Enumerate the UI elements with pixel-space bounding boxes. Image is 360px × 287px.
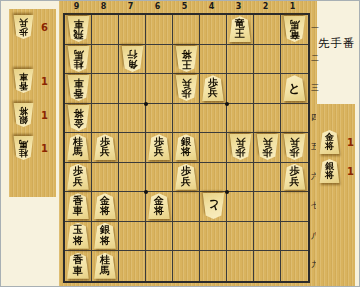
file-label: 1 xyxy=(279,1,306,12)
square-3六[interactable] xyxy=(227,163,254,193)
square-6四[interactable] xyxy=(146,104,173,134)
square-2六[interactable] xyxy=(254,163,281,193)
hand-sente-1[interactable]: 金将1 xyxy=(319,128,355,156)
square-4二[interactable] xyxy=(200,45,227,75)
square-4五[interactable] xyxy=(200,133,227,163)
square-8七[interactable]: 金将 xyxy=(92,192,119,222)
square-8四[interactable] xyxy=(92,104,119,134)
shogi-piece-sente[interactable]: 金将 xyxy=(319,130,340,154)
square-3五[interactable]: 歩兵 xyxy=(227,133,254,163)
captured-count: 1 xyxy=(41,110,48,121)
board-grid[interactable]: 飛車竜王竜馬桂馬角行王将香車歩兵歩兵と金将桂馬歩兵歩兵銀将歩兵歩兵歩兵歩兵歩兵歩… xyxy=(63,13,310,283)
square-4七[interactable]: と xyxy=(200,192,227,222)
shogi-piece-sente[interactable]: 竜王 xyxy=(229,16,252,42)
square-3二[interactable] xyxy=(227,45,254,75)
shogi-piece-sente[interactable]: 歩兵 xyxy=(283,164,306,190)
shogi-piece-gote[interactable]: 桂馬 xyxy=(67,46,90,72)
shogi-piece-sente[interactable]: と xyxy=(283,75,306,101)
square-8八[interactable]: 銀将 xyxy=(92,222,119,252)
square-8五[interactable]: 歩兵 xyxy=(92,133,119,163)
square-7八[interactable] xyxy=(119,222,146,252)
captured-count: 1 xyxy=(347,137,354,148)
square-3一[interactable]: 竜王 xyxy=(227,15,254,45)
square-6三[interactable] xyxy=(146,74,173,104)
shogi-piece-sente[interactable]: 桂馬 xyxy=(94,253,117,279)
square-7六[interactable] xyxy=(119,163,146,193)
gote-captured-stand: 歩兵6香車1銀将1桂馬1 xyxy=(9,9,56,197)
file-label: 9 xyxy=(63,1,90,12)
shogi-piece-sente[interactable]: 金将 xyxy=(94,193,117,219)
square-5五[interactable]: 銀将 xyxy=(173,133,200,163)
shogi-piece-sente[interactable]: 桂馬 xyxy=(67,134,90,160)
hand-gote-3[interactable]: 銀将1 xyxy=(13,101,57,129)
square-9九[interactable]: 香車 xyxy=(65,251,92,281)
shogi-piece-sente[interactable]: 歩兵 xyxy=(202,75,225,101)
square-9一[interactable]: 飛車 xyxy=(65,15,92,45)
square-9三[interactable]: 香車 xyxy=(65,74,92,104)
square-7七[interactable] xyxy=(119,192,146,222)
shogi-piece-sente[interactable]: 銀将 xyxy=(94,223,117,249)
shogi-board: 987654321 飛車竜王竜馬桂馬角行王将香車歩兵歩兵と金将桂馬歩兵歩兵銀将歩… xyxy=(59,1,317,286)
shogi-piece-gote[interactable]: 歩兵 xyxy=(13,15,34,39)
file-label: 6 xyxy=(144,1,171,12)
square-4六[interactable] xyxy=(200,163,227,193)
shogi-piece-sente[interactable]: 歩兵 xyxy=(175,164,198,190)
file-label: 8 xyxy=(90,1,117,12)
shogi-piece-gote[interactable]: 竜馬 xyxy=(283,16,306,42)
square-2二[interactable] xyxy=(254,45,281,75)
square-3九[interactable] xyxy=(227,251,254,281)
square-5三[interactable]: 歩兵 xyxy=(173,74,200,104)
square-4四[interactable] xyxy=(200,104,227,134)
square-7二[interactable]: 角行 xyxy=(119,45,146,75)
shogi-piece-sente[interactable]: 金将 xyxy=(148,193,171,219)
square-1四[interactable] xyxy=(281,104,308,134)
hand-sente-2[interactable]: 銀将1 xyxy=(319,157,355,185)
square-1八[interactable] xyxy=(281,222,308,252)
square-8九[interactable]: 桂馬 xyxy=(92,251,119,281)
square-5六[interactable]: 歩兵 xyxy=(173,163,200,193)
square-5七[interactable] xyxy=(173,192,200,222)
square-1三[interactable]: と xyxy=(281,74,308,104)
shogi-piece-gote[interactable]: 歩兵 xyxy=(175,75,198,101)
square-4一[interactable] xyxy=(200,15,227,45)
shogi-piece-gote[interactable]: と xyxy=(202,193,225,219)
square-2三[interactable] xyxy=(254,74,281,104)
square-2九[interactable] xyxy=(254,251,281,281)
file-label: 5 xyxy=(171,1,198,12)
square-9七[interactable]: 香車 xyxy=(65,192,92,222)
shogi-piece-gote[interactable]: 金将 xyxy=(67,105,90,131)
square-2七[interactable] xyxy=(254,192,281,222)
shogi-piece-sente[interactable]: 香車 xyxy=(67,193,90,219)
square-5九[interactable] xyxy=(173,251,200,281)
captured-count: 6 xyxy=(41,22,48,33)
square-7五[interactable] xyxy=(119,133,146,163)
square-9六[interactable]: 歩兵 xyxy=(65,163,92,193)
square-7四[interactable] xyxy=(119,104,146,134)
shogi-piece-gote[interactable]: 香車 xyxy=(67,75,90,101)
square-6九[interactable] xyxy=(146,251,173,281)
square-6一[interactable] xyxy=(146,15,173,45)
captured-count: 1 xyxy=(347,166,354,177)
hand-gote-1[interactable]: 歩兵6 xyxy=(13,13,57,41)
square-9八[interactable]: 玉将 xyxy=(65,222,92,252)
square-2一[interactable] xyxy=(254,15,281,45)
shogi-piece-gote[interactable]: 歩兵 xyxy=(283,134,306,160)
shogi-piece-gote[interactable]: 桂馬 xyxy=(13,136,34,160)
captured-count: 1 xyxy=(41,143,48,154)
square-4九[interactable] xyxy=(200,251,227,281)
star-point xyxy=(144,190,148,194)
square-7一[interactable] xyxy=(119,15,146,45)
square-5二[interactable]: 王将 xyxy=(173,45,200,75)
rank-label: 三 xyxy=(310,73,320,103)
shogi-piece-sente[interactable]: 銀将 xyxy=(175,134,198,160)
shogi-app-window: 歩兵6香車1銀将1桂馬1 987654321 飛車竜王竜馬桂馬角行王将香車歩兵歩… xyxy=(0,0,360,287)
shogi-piece-sente[interactable]: 銀将 xyxy=(319,159,340,183)
square-1九[interactable] xyxy=(281,251,308,281)
shogi-piece-gote[interactable]: 歩兵 xyxy=(256,134,279,160)
square-4八[interactable] xyxy=(200,222,227,252)
shogi-piece-gote[interactable]: 香車 xyxy=(13,69,34,93)
shogi-piece-gote[interactable]: 飛車 xyxy=(67,16,90,42)
square-9二[interactable]: 桂馬 xyxy=(65,45,92,75)
shogi-piece-sente[interactable]: 歩兵 xyxy=(67,164,90,190)
turn-indicator: 先手番 xyxy=(318,36,356,51)
shogi-piece-gote[interactable]: 銀将 xyxy=(13,103,34,127)
square-1七[interactable] xyxy=(281,192,308,222)
square-8一[interactable] xyxy=(92,15,119,45)
hand-gote-4[interactable]: 桂馬1 xyxy=(13,134,57,162)
square-8六[interactable] xyxy=(92,163,119,193)
star-point xyxy=(225,102,229,106)
square-2四[interactable] xyxy=(254,104,281,134)
square-2五[interactable]: 歩兵 xyxy=(254,133,281,163)
file-label: 7 xyxy=(117,1,144,12)
square-8二[interactable] xyxy=(92,45,119,75)
star-point xyxy=(225,190,229,194)
square-1一[interactable]: 竜馬 xyxy=(281,15,308,45)
square-8三[interactable] xyxy=(92,74,119,104)
sente-captured-stand: 金将1銀将1 xyxy=(316,104,355,286)
shogi-piece-gote[interactable]: 角行 xyxy=(121,46,144,72)
file-coordinates: 987654321 xyxy=(63,1,306,12)
square-1二[interactable] xyxy=(281,45,308,75)
square-3八[interactable] xyxy=(227,222,254,252)
square-3七[interactable] xyxy=(227,192,254,222)
captured-count: 1 xyxy=(41,76,48,87)
square-3三[interactable] xyxy=(227,74,254,104)
square-6六[interactable] xyxy=(146,163,173,193)
square-1五[interactable]: 歩兵 xyxy=(281,133,308,163)
star-point xyxy=(144,102,148,106)
shogi-piece-sente[interactable]: 香車 xyxy=(67,253,90,279)
square-6五[interactable]: 歩兵 xyxy=(146,133,173,163)
square-7三[interactable] xyxy=(119,74,146,104)
square-5四[interactable] xyxy=(173,104,200,134)
square-5八[interactable] xyxy=(173,222,200,252)
square-4三[interactable]: 歩兵 xyxy=(200,74,227,104)
square-2八[interactable] xyxy=(254,222,281,252)
file-label: 4 xyxy=(198,1,225,12)
square-6七[interactable]: 金将 xyxy=(146,192,173,222)
file-label: 3 xyxy=(225,1,252,12)
file-label: 2 xyxy=(252,1,279,12)
square-9五[interactable]: 桂馬 xyxy=(65,133,92,163)
square-1六[interactable]: 歩兵 xyxy=(281,163,308,193)
square-6八[interactable] xyxy=(146,222,173,252)
shogi-piece-gote[interactable]: 王将 xyxy=(175,46,198,72)
square-9四[interactable]: 金将 xyxy=(65,104,92,134)
square-6二[interactable] xyxy=(146,45,173,75)
shogi-piece-sente[interactable]: 玉将 xyxy=(67,223,90,249)
square-7九[interactable] xyxy=(119,251,146,281)
shogi-piece-sente[interactable]: 歩兵 xyxy=(94,134,117,160)
shogi-piece-gote[interactable]: 歩兵 xyxy=(229,134,252,160)
hand-gote-2[interactable]: 香車1 xyxy=(13,67,57,95)
shogi-piece-sente[interactable]: 歩兵 xyxy=(148,134,171,160)
square-3四[interactable] xyxy=(227,104,254,134)
square-5一[interactable] xyxy=(173,15,200,45)
